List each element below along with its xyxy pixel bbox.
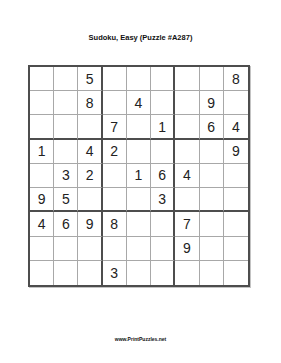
sudoku-cell-r9c6 xyxy=(151,261,175,285)
sudoku-cell-r6c2: 5 xyxy=(54,188,78,212)
sudoku-cell-r8c2 xyxy=(54,237,78,261)
sudoku-cell-r8c8 xyxy=(200,237,224,261)
page: Sudoku, Easy (Puzzle #A287) 588497164142… xyxy=(0,0,281,363)
sudoku-cell-r2c2 xyxy=(54,91,78,115)
sudoku-cell-r3c8: 6 xyxy=(200,115,224,139)
sudoku-cell-r5c1 xyxy=(30,164,54,188)
sudoku-cell-r5c8 xyxy=(200,164,224,188)
sudoku-cell-r9c5 xyxy=(127,261,151,285)
sudoku-cell-r5c3: 2 xyxy=(78,164,102,188)
sudoku-cell-r7c2: 6 xyxy=(54,212,78,236)
sudoku-cell-r3c7 xyxy=(175,115,199,139)
sudoku-cell-r4c7 xyxy=(175,140,199,164)
sudoku-cell-r4c4: 2 xyxy=(103,140,127,164)
sudoku-cell-r9c7 xyxy=(175,261,199,285)
sudoku-cell-r8c3 xyxy=(78,237,102,261)
sudoku-cell-r5c6: 6 xyxy=(151,164,175,188)
sudoku-cell-r9c3 xyxy=(78,261,102,285)
sudoku-cell-r9c4: 3 xyxy=(103,261,127,285)
sudoku-cell-r2c4 xyxy=(103,91,127,115)
sudoku-cell-r8c5 xyxy=(127,237,151,261)
sudoku-cell-r1c1 xyxy=(30,67,54,91)
sudoku-cell-r1c8 xyxy=(200,67,224,91)
sudoku-cell-r7c9 xyxy=(224,212,248,236)
sudoku-cell-r7c6 xyxy=(151,212,175,236)
sudoku-cell-r2c3: 8 xyxy=(78,91,102,115)
sudoku-cell-r7c1: 4 xyxy=(30,212,54,236)
sudoku-cell-r9c1 xyxy=(30,261,54,285)
sudoku-cell-r3c2 xyxy=(54,115,78,139)
sudoku-cell-r4c6 xyxy=(151,140,175,164)
sudoku-cell-r2c6 xyxy=(151,91,175,115)
sudoku-cell-r8c1 xyxy=(30,237,54,261)
sudoku-cell-r2c7 xyxy=(175,91,199,115)
sudoku-cell-r7c4: 8 xyxy=(103,212,127,236)
sudoku-cell-r4c2 xyxy=(54,140,78,164)
sudoku-cell-r7c8 xyxy=(200,212,224,236)
sudoku-cell-r8c7: 9 xyxy=(175,237,199,261)
sudoku-cell-r9c2 xyxy=(54,261,78,285)
sudoku-cell-r8c6 xyxy=(151,237,175,261)
sudoku-cell-r1c5 xyxy=(127,67,151,91)
sudoku-cell-r3c6: 1 xyxy=(151,115,175,139)
sudoku-cell-r7c3: 9 xyxy=(78,212,102,236)
sudoku-cell-r5c2: 3 xyxy=(54,164,78,188)
sudoku-cell-r1c2 xyxy=(54,67,78,91)
sudoku-cell-r1c6 xyxy=(151,67,175,91)
sudoku-cell-r5c5: 1 xyxy=(127,164,151,188)
sudoku-cell-r4c1: 1 xyxy=(30,140,54,164)
sudoku-cell-r2c9 xyxy=(224,91,248,115)
sudoku-cell-r3c5 xyxy=(127,115,151,139)
sudoku-cell-r4c9: 9 xyxy=(224,140,248,164)
sudoku-cell-r3c3 xyxy=(78,115,102,139)
sudoku-cell-r8c4 xyxy=(103,237,127,261)
sudoku-cell-r3c1 xyxy=(30,115,54,139)
sudoku-cell-r6c7 xyxy=(175,188,199,212)
sudoku-cell-r9c8 xyxy=(200,261,224,285)
sudoku-cell-r6c9 xyxy=(224,188,248,212)
sudoku-cell-r8c9 xyxy=(224,237,248,261)
sudoku-cell-r1c3: 5 xyxy=(78,67,102,91)
sudoku-cell-r2c1 xyxy=(30,91,54,115)
sudoku-cell-r2c5: 4 xyxy=(127,91,151,115)
sudoku-cell-r1c7 xyxy=(175,67,199,91)
sudoku-cell-r7c5 xyxy=(127,212,151,236)
sudoku-cell-r6c5 xyxy=(127,188,151,212)
sudoku-cell-r5c7: 4 xyxy=(175,164,199,188)
sudoku-cell-r6c8 xyxy=(200,188,224,212)
sudoku-cell-r7c7: 7 xyxy=(175,212,199,236)
sudoku-cell-r4c5 xyxy=(127,140,151,164)
sudoku-cell-r4c8 xyxy=(200,140,224,164)
sudoku-cell-r4c3: 4 xyxy=(78,140,102,164)
footer-url: www.PrintPuzzles.net xyxy=(0,336,281,342)
sudoku-cell-r9c9 xyxy=(224,261,248,285)
sudoku-cell-r1c4 xyxy=(103,67,127,91)
sudoku-cell-r5c4 xyxy=(103,164,127,188)
sudoku-cell-r1c9: 8 xyxy=(224,67,248,91)
sudoku-cell-r6c6: 3 xyxy=(151,188,175,212)
sudoku-cell-r3c9: 4 xyxy=(224,115,248,139)
sudoku-cell-r3c4: 7 xyxy=(103,115,127,139)
sudoku-cell-r2c8: 9 xyxy=(200,91,224,115)
puzzle-title: Sudoku, Easy (Puzzle #A287) xyxy=(0,33,281,42)
sudoku-cell-r6c3 xyxy=(78,188,102,212)
sudoku-cell-r6c4 xyxy=(103,188,127,212)
sudoku-grid: 5884971641429321649534698793 xyxy=(28,65,250,287)
sudoku-cell-r6c1: 9 xyxy=(30,188,54,212)
sudoku-cell-r5c9 xyxy=(224,164,248,188)
